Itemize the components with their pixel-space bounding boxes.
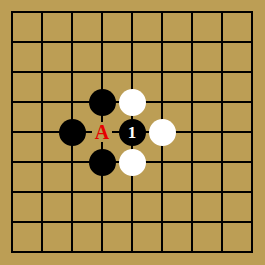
intersection-E9[interactable] bbox=[117, 0, 147, 27]
grid-line-vertical bbox=[251, 27, 253, 57]
black-stone-D4: ● bbox=[89, 149, 116, 176]
grid-line-vertical bbox=[11, 237, 13, 253]
intersection-A8[interactable] bbox=[0, 27, 27, 57]
intersection-J3[interactable] bbox=[237, 177, 265, 207]
stone-glyph: ● bbox=[119, 149, 146, 176]
intersection-H2[interactable] bbox=[207, 207, 237, 237]
intersection-G9[interactable] bbox=[177, 0, 207, 27]
grid-line-vertical bbox=[191, 11, 193, 27]
white-stone-F5: ● bbox=[149, 119, 176, 146]
intersection-E8[interactable] bbox=[117, 27, 147, 57]
grid-line-vertical bbox=[221, 147, 223, 177]
intersection-J6[interactable] bbox=[237, 87, 265, 117]
grid-line-vertical bbox=[11, 177, 13, 207]
intersection-J4[interactable] bbox=[237, 147, 265, 177]
grid-line-vertical bbox=[221, 117, 223, 147]
grid-line-vertical bbox=[11, 87, 13, 117]
intersection-B8[interactable] bbox=[27, 27, 57, 57]
grid-line-vertical bbox=[41, 11, 43, 27]
intersection-F5[interactable]: ● bbox=[147, 117, 177, 147]
grid-line-vertical bbox=[71, 11, 73, 27]
grid-line-vertical bbox=[191, 27, 193, 57]
intersection-C9[interactable] bbox=[57, 0, 87, 27]
intersection-F2[interactable] bbox=[147, 207, 177, 237]
grid-line-vertical bbox=[131, 207, 133, 237]
intersection-F9[interactable] bbox=[147, 0, 177, 27]
move-number-label: 1 bbox=[119, 119, 146, 146]
intersection-D5[interactable]: A bbox=[87, 117, 117, 147]
grid-line-horizontal bbox=[11, 251, 27, 253]
grid-line-vertical bbox=[191, 147, 193, 177]
grid-line-horizontal bbox=[11, 11, 27, 13]
grid-line-vertical bbox=[221, 57, 223, 87]
intersection-E4[interactable]: ● bbox=[117, 147, 147, 177]
intersection-J1[interactable] bbox=[237, 237, 265, 265]
grid-line-horizontal bbox=[11, 131, 27, 133]
intersection-F7[interactable] bbox=[147, 57, 177, 87]
grid-line-horizontal bbox=[11, 71, 27, 73]
intersection-F8[interactable] bbox=[147, 27, 177, 57]
intersection-A1[interactable] bbox=[0, 237, 27, 265]
intersection-G6[interactable] bbox=[177, 87, 207, 117]
grid-line-vertical bbox=[71, 87, 73, 117]
grid-line-vertical bbox=[221, 11, 223, 27]
intersection-H7[interactable] bbox=[207, 57, 237, 87]
grid-line-vertical bbox=[101, 11, 103, 27]
intersection-D6[interactable]: ● bbox=[87, 87, 117, 117]
grid-line-vertical bbox=[191, 87, 193, 117]
grid-line-vertical bbox=[41, 87, 43, 117]
grid-line-vertical bbox=[131, 27, 133, 57]
intersection-D2[interactable] bbox=[87, 207, 117, 237]
grid-line-vertical bbox=[221, 87, 223, 117]
intersection-B5[interactable] bbox=[27, 117, 57, 147]
grid-line-vertical bbox=[71, 27, 73, 57]
grid-line-vertical bbox=[131, 11, 133, 27]
intersection-B2[interactable] bbox=[27, 207, 57, 237]
intersection-G4[interactable] bbox=[177, 147, 207, 177]
black-stone-E5: ●1 bbox=[119, 119, 146, 146]
grid-line-vertical bbox=[161, 207, 163, 237]
grid-line-horizontal bbox=[11, 221, 27, 223]
grid-line-vertical bbox=[161, 11, 163, 27]
intersection-A9[interactable] bbox=[0, 0, 27, 27]
grid-line-vertical bbox=[161, 87, 163, 117]
intersection-J8[interactable] bbox=[237, 27, 265, 57]
point-label-A: A bbox=[92, 122, 112, 142]
intersection-H3[interactable] bbox=[207, 177, 237, 207]
grid-line-vertical bbox=[71, 147, 73, 177]
intersection-A7[interactable] bbox=[0, 57, 27, 87]
intersection-C7[interactable] bbox=[57, 57, 87, 87]
intersection-G1[interactable] bbox=[177, 237, 207, 265]
intersection-B1[interactable] bbox=[27, 237, 57, 265]
intersection-C3[interactable] bbox=[57, 177, 87, 207]
intersection-E6[interactable]: ● bbox=[117, 87, 147, 117]
intersection-H6[interactable] bbox=[207, 87, 237, 117]
grid-line-vertical bbox=[71, 207, 73, 237]
intersection-D8[interactable] bbox=[87, 27, 117, 57]
intersection-A5[interactable] bbox=[0, 117, 27, 147]
intersection-C8[interactable] bbox=[57, 27, 87, 57]
grid-line-vertical bbox=[41, 207, 43, 237]
grid-line-vertical bbox=[41, 177, 43, 207]
intersection-G8[interactable] bbox=[177, 27, 207, 57]
intersection-A2[interactable] bbox=[0, 207, 27, 237]
intersection-H1[interactable] bbox=[207, 237, 237, 265]
grid-line-vertical bbox=[11, 57, 13, 87]
grid-line-vertical bbox=[41, 237, 43, 253]
intersection-E7[interactable] bbox=[117, 57, 147, 87]
grid-line-vertical bbox=[161, 57, 163, 87]
intersection-G2[interactable] bbox=[177, 207, 207, 237]
intersection-D3[interactable] bbox=[87, 177, 117, 207]
intersection-C4[interactable] bbox=[57, 147, 87, 177]
intersection-C5[interactable]: ● bbox=[57, 117, 87, 147]
grid-line-vertical bbox=[161, 27, 163, 57]
intersection-D7[interactable] bbox=[87, 57, 117, 87]
grid-line-vertical bbox=[191, 237, 193, 253]
intersection-C1[interactable] bbox=[57, 237, 87, 265]
intersection-B4[interactable] bbox=[27, 147, 57, 177]
grid-line-vertical bbox=[11, 27, 13, 57]
grid-line-vertical bbox=[251, 147, 253, 177]
intersection-F6[interactable] bbox=[147, 87, 177, 117]
grid-line-vertical bbox=[251, 177, 253, 207]
grid-line-vertical bbox=[221, 177, 223, 207]
stone-glyph: ● bbox=[59, 119, 86, 146]
grid-line-vertical bbox=[11, 117, 13, 147]
grid-line-vertical bbox=[101, 27, 103, 57]
grid-line-vertical bbox=[101, 237, 103, 253]
grid-line-vertical bbox=[251, 237, 253, 253]
intersection-F3[interactable] bbox=[147, 177, 177, 207]
grid-line-vertical bbox=[41, 147, 43, 177]
intersection-E3[interactable] bbox=[117, 177, 147, 207]
intersection-H8[interactable] bbox=[207, 27, 237, 57]
intersection-D4[interactable]: ● bbox=[87, 147, 117, 177]
go-board-diagram: ●●●A●1●●● bbox=[0, 0, 265, 265]
intersection-J5[interactable] bbox=[237, 117, 265, 147]
white-stone-E4: ● bbox=[119, 149, 146, 176]
grid-line-vertical bbox=[11, 147, 13, 177]
black-stone-C5: ● bbox=[59, 119, 86, 146]
go-board: ●●●A●1●●● bbox=[0, 0, 265, 265]
grid-line-vertical bbox=[251, 117, 253, 147]
grid-line-vertical bbox=[71, 237, 73, 253]
intersection-H9[interactable] bbox=[207, 0, 237, 27]
grid-line-vertical bbox=[11, 11, 13, 27]
grid-line-vertical bbox=[251, 11, 253, 27]
stone-glyph: ● bbox=[149, 119, 176, 146]
grid-line-vertical bbox=[251, 207, 253, 237]
grid-line-vertical bbox=[101, 57, 103, 87]
grid-line-vertical bbox=[131, 237, 133, 253]
grid-line-vertical bbox=[41, 57, 43, 87]
intersection-H5[interactable] bbox=[207, 117, 237, 147]
grid-line-vertical bbox=[251, 57, 253, 87]
grid-line-horizontal bbox=[11, 41, 27, 43]
intersection-G3[interactable] bbox=[177, 177, 207, 207]
grid-line-vertical bbox=[191, 57, 193, 87]
intersection-B9[interactable] bbox=[27, 0, 57, 27]
grid-line-vertical bbox=[221, 27, 223, 57]
grid-line-vertical bbox=[71, 57, 73, 87]
stone-glyph: ● bbox=[119, 89, 146, 116]
intersection-G7[interactable] bbox=[177, 57, 207, 87]
grid-line-vertical bbox=[221, 207, 223, 237]
intersection-B3[interactable] bbox=[27, 177, 57, 207]
intersection-J2[interactable] bbox=[237, 207, 265, 237]
intersection-J9[interactable] bbox=[237, 0, 265, 27]
intersection-A3[interactable] bbox=[0, 177, 27, 207]
intersection-B6[interactable] bbox=[27, 87, 57, 117]
intersection-A4[interactable] bbox=[0, 147, 27, 177]
intersection-C2[interactable] bbox=[57, 207, 87, 237]
intersection-E1[interactable] bbox=[117, 237, 147, 265]
intersection-E5[interactable]: ●1 bbox=[117, 117, 147, 147]
intersection-F4[interactable] bbox=[147, 147, 177, 177]
stone-glyph: ● bbox=[89, 149, 116, 176]
intersection-A6[interactable] bbox=[0, 87, 27, 117]
intersection-B7[interactable] bbox=[27, 57, 57, 87]
grid-line-vertical bbox=[221, 237, 223, 253]
grid-line-vertical bbox=[191, 177, 193, 207]
stone-glyph: ● bbox=[89, 89, 116, 116]
grid-line-vertical bbox=[161, 177, 163, 207]
grid-line-horizontal bbox=[11, 161, 27, 163]
grid-line-vertical bbox=[41, 27, 43, 57]
grid-line-vertical bbox=[101, 207, 103, 237]
intersection-G5[interactable] bbox=[177, 117, 207, 147]
intersection-D1[interactable] bbox=[87, 237, 117, 265]
grid-line-horizontal bbox=[11, 101, 27, 103]
grid-line-vertical bbox=[131, 57, 133, 87]
white-stone-E6: ● bbox=[119, 89, 146, 116]
intersection-C6[interactable] bbox=[57, 87, 87, 117]
grid-line-vertical bbox=[161, 147, 163, 177]
intersection-J7[interactable] bbox=[237, 57, 265, 87]
grid-line-vertical bbox=[11, 207, 13, 237]
grid-line-vertical bbox=[191, 207, 193, 237]
black-stone-D6: ● bbox=[89, 89, 116, 116]
grid-line-vertical bbox=[101, 177, 103, 207]
grid-line-vertical bbox=[71, 177, 73, 207]
intersection-H4[interactable] bbox=[207, 147, 237, 177]
intersection-E2[interactable] bbox=[117, 207, 147, 237]
grid-line-vertical bbox=[251, 87, 253, 117]
intersection-F1[interactable] bbox=[147, 237, 177, 265]
grid-line-vertical bbox=[161, 237, 163, 253]
grid-line-vertical bbox=[41, 117, 43, 147]
grid-line-vertical bbox=[191, 117, 193, 147]
intersection-D9[interactable] bbox=[87, 0, 117, 27]
grid-line-horizontal bbox=[11, 191, 27, 193]
grid-line-vertical bbox=[131, 177, 133, 207]
